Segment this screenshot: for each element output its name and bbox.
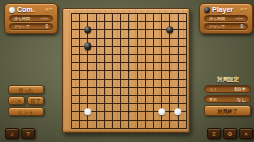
menu-button[interactable]: ≡ xyxy=(207,128,221,139)
black-side-label: 先手 xyxy=(240,7,248,12)
resign-button[interactable]: 投了 xyxy=(27,96,44,105)
black-time-field: 持ち時間 --:-- xyxy=(204,15,248,22)
white-stone xyxy=(174,108,181,115)
black-player-panel: Player 先手 持ち時間 --:-- アゲハマ 0 xyxy=(199,3,253,34)
white-stone xyxy=(158,108,165,115)
komi-label: コミ xyxy=(209,87,217,92)
white-side-label: 後手 xyxy=(45,7,53,12)
hoshi-point xyxy=(169,70,172,73)
komi-row: コミ 6目半 xyxy=(204,85,251,93)
pass-button[interactable]: パス xyxy=(8,96,25,105)
black-time-label: 持ち時間 xyxy=(209,16,225,21)
black-stone xyxy=(84,43,91,50)
black-stone-icon xyxy=(204,7,210,13)
close-button[interactable]: × xyxy=(239,128,253,139)
undo-button[interactable]: 待った xyxy=(8,85,44,94)
hoshi-point xyxy=(87,70,90,73)
white-captures-value: 0 xyxy=(45,24,48,29)
white-captures-field: アゲハマ 0 xyxy=(9,23,53,30)
white-time-value: --:-- xyxy=(41,16,48,21)
handicap-row: 置石 なし xyxy=(204,95,251,103)
black-captures-label: アゲハマ xyxy=(209,24,225,29)
white-stone xyxy=(84,108,91,115)
goban xyxy=(62,8,190,133)
black-captures-field: アゲハマ 0 xyxy=(204,23,248,30)
hoshi-point xyxy=(128,29,131,32)
gear-button[interactable]: ⚙ xyxy=(223,128,237,139)
black-stone xyxy=(84,26,91,33)
black-stone xyxy=(166,26,173,33)
hoshi-point xyxy=(128,70,131,73)
komi-value: 6目半 xyxy=(234,87,246,92)
black-captures-value: 0 xyxy=(240,24,243,29)
white-time-field: 持ち時間 --:-- xyxy=(9,15,53,22)
hoshi-point xyxy=(128,111,131,114)
black-player-header: Player 先手 xyxy=(200,4,252,14)
hoshi-point xyxy=(169,111,172,114)
hint-button[interactable]: ヒント xyxy=(8,107,44,116)
black-player-name: Player xyxy=(212,6,238,13)
white-time-label: 持ち時間 xyxy=(14,16,30,21)
white-player-header: Com. 後手 xyxy=(5,4,57,14)
white-player-panel: Com. 後手 持ち時間 --:-- アゲハマ 0 xyxy=(4,3,58,34)
handicap-label: 置石 xyxy=(209,97,217,102)
white-stone-icon xyxy=(9,7,15,13)
white-captures-label: アゲハマ xyxy=(14,24,30,29)
settings-title: 対局設定 xyxy=(203,76,253,83)
app-window: Com. 後手 持ち時間 --:-- アゲハマ 0 Player 先手 持ち時間… xyxy=(0,0,254,142)
sound-button[interactable]: ♪ xyxy=(5,128,19,139)
white-player-name: Com. xyxy=(17,6,43,13)
goban-grid[interactable] xyxy=(71,13,187,129)
handicap-value: なし xyxy=(237,97,246,102)
black-time-value: --:-- xyxy=(236,16,243,21)
help-button[interactable]: ? xyxy=(21,128,35,139)
end-game-button[interactable]: 対局終了 xyxy=(204,105,251,116)
